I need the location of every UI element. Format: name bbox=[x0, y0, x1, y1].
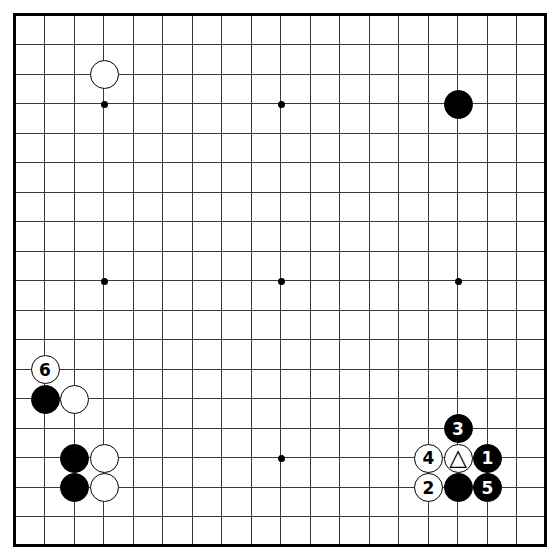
move-number-label: 4 bbox=[423, 449, 435, 467]
star-point bbox=[101, 278, 108, 285]
move-number-label: 2 bbox=[423, 479, 435, 497]
star-point bbox=[278, 455, 285, 462]
stones-grid: 634△125 bbox=[1, 1, 560, 560]
triangle-mark-icon: △ bbox=[449, 446, 467, 469]
stone-black-move-3: 3 bbox=[444, 414, 473, 443]
stone-white-move-2: 2 bbox=[414, 473, 443, 502]
move-number-label: 5 bbox=[482, 479, 494, 497]
stone-black bbox=[60, 473, 89, 502]
go-diagram-page: 634△125 bbox=[0, 0, 560, 560]
stone-white bbox=[60, 385, 89, 414]
stone-white-triangle-marked: △ bbox=[444, 444, 473, 473]
stone-black bbox=[444, 473, 473, 502]
stone-black bbox=[60, 444, 89, 473]
stone-white-move-4: 4 bbox=[414, 444, 443, 473]
stone-white bbox=[90, 444, 119, 473]
stone-white bbox=[90, 473, 119, 502]
star-point bbox=[101, 101, 108, 108]
move-number-label: 1 bbox=[482, 449, 494, 467]
stone-white-move-6: 6 bbox=[31, 355, 60, 384]
move-number-label: 6 bbox=[39, 361, 51, 379]
move-number-label: 3 bbox=[452, 420, 464, 438]
stone-white bbox=[90, 60, 119, 89]
stone-black bbox=[444, 90, 473, 119]
stone-black bbox=[31, 385, 60, 414]
star-point bbox=[278, 278, 285, 285]
go-board: 634△125 bbox=[0, 0, 560, 560]
star-point bbox=[278, 101, 285, 108]
stone-black-move-5: 5 bbox=[473, 473, 502, 502]
stone-black-move-1: 1 bbox=[473, 444, 502, 473]
star-point bbox=[455, 278, 462, 285]
